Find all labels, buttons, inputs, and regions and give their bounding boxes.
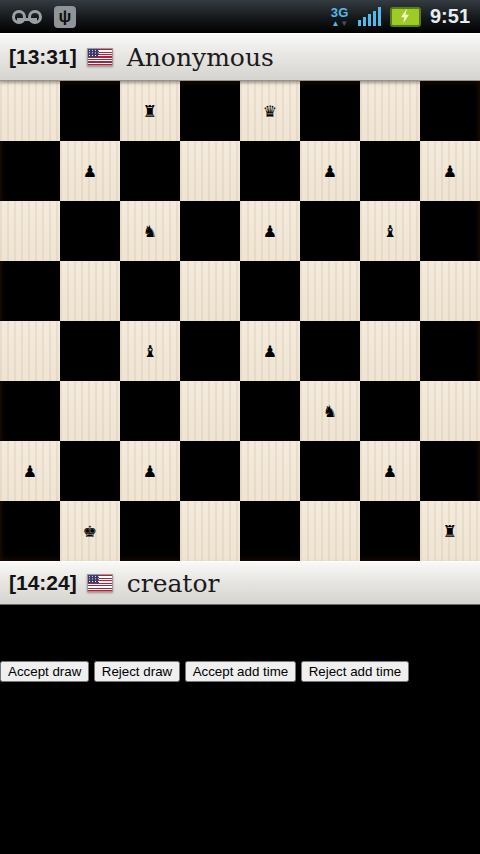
square-b2[interactable]: ♟	[360, 141, 420, 201]
square-h8[interactable]	[0, 501, 60, 561]
reject-draw-button[interactable]: Reject draw	[94, 661, 180, 682]
piece-wP-d3[interactable]: ♟	[263, 222, 277, 241]
captured-row-2: ♟	[0, 624, 480, 643]
square-h2[interactable]: ♟	[0, 141, 60, 201]
square-b3[interactable]: ♝	[360, 201, 420, 261]
opponent-clock: [13:31]	[9, 45, 77, 69]
square-f6[interactable]: ♞	[120, 381, 180, 441]
square-d7[interactable]	[240, 441, 300, 501]
square-h3[interactable]	[0, 201, 60, 261]
opponent-bar: [13:31] Anonymous	[0, 33, 480, 81]
square-b6[interactable]	[360, 381, 420, 441]
chess-board[interactable]: ♚♜♛♜♟♟♟♟♟♟♞♟♞♝♝♝♟♟♞♝♞♟♟♟♟♟♚♜♛♜	[0, 81, 480, 561]
square-e2[interactable]	[180, 141, 240, 201]
square-e7[interactable]	[180, 441, 240, 501]
square-h7[interactable]: ♟	[0, 441, 60, 501]
square-a7[interactable]: ♟	[420, 441, 480, 501]
piece-bQ-d8[interactable]: ♛	[263, 522, 277, 541]
app-screen: ψ 3G ▲▼ 9:51 [13:31] Anonymous ♚♜♛♜♟♟♟♟♟…	[0, 0, 480, 854]
square-g8[interactable]: ♚	[60, 501, 120, 561]
voicemail-icon	[12, 9, 42, 25]
square-e1[interactable]	[180, 81, 240, 141]
square-a5[interactable]	[420, 321, 480, 381]
square-b7[interactable]: ♟	[360, 441, 420, 501]
square-e8[interactable]	[180, 501, 240, 561]
piece-bP-b7[interactable]: ♟	[383, 462, 397, 481]
lightning-bolt-icon	[398, 9, 412, 24]
status-clock: 9:51	[430, 5, 470, 28]
captured-pieces-tray: ♟♟	[0, 605, 480, 643]
piece-bB-f5[interactable]: ♝	[143, 342, 157, 361]
square-f2[interactable]: ♟	[120, 141, 180, 201]
usb-icon: ψ	[54, 6, 76, 28]
square-b8[interactable]	[360, 501, 420, 561]
game-status-message: Game started	[0, 643, 480, 661]
opponent-name: Anonymous	[127, 43, 274, 72]
piece-wP-a2[interactable]: ♟	[443, 162, 457, 181]
upload-arrow-icon: ▲	[331, 20, 339, 28]
square-e4[interactable]	[180, 261, 240, 321]
square-d3[interactable]: ♟	[240, 201, 300, 261]
square-c3[interactable]: ♞	[300, 201, 360, 261]
square-c6[interactable]: ♞	[300, 381, 360, 441]
piece-wP-h2[interactable]: ♟	[23, 162, 37, 181]
piece-bK-g8[interactable]: ♚	[83, 522, 97, 541]
square-d8[interactable]: ♛	[240, 501, 300, 561]
captured-row-1: ♟	[0, 605, 480, 624]
piece-bN-c6[interactable]: ♞	[323, 402, 337, 421]
piece-wQ-d1[interactable]: ♛	[263, 102, 277, 121]
opponent-flag-us-icon	[87, 48, 113, 66]
square-d2[interactable]	[240, 141, 300, 201]
piece-bR-a8[interactable]: ♜	[443, 522, 457, 541]
battery-charging-icon	[390, 7, 421, 27]
square-e5[interactable]	[180, 321, 240, 381]
square-d6[interactable]: ♝	[240, 381, 300, 441]
square-a2[interactable]: ♟	[420, 141, 480, 201]
piece-bN-f6[interactable]: ♞	[143, 402, 157, 421]
player-clock: [14:24]	[9, 571, 77, 595]
piece-bP-h7[interactable]: ♟	[23, 462, 37, 481]
captured-piece-bP: ♟	[0, 625, 14, 642]
square-c8[interactable]	[300, 501, 360, 561]
piece-wP-c2[interactable]: ♟	[323, 162, 337, 181]
square-f1[interactable]: ♜	[120, 81, 180, 141]
square-b4[interactable]	[360, 261, 420, 321]
square-a6[interactable]	[420, 381, 480, 441]
download-arrow-icon: ▼	[340, 20, 348, 28]
piece-bP-c5[interactable]: ♟	[323, 342, 337, 361]
square-f3[interactable]: ♞	[120, 201, 180, 261]
square-g4[interactable]	[60, 261, 120, 321]
player-bar: [14:24] creator	[0, 561, 480, 605]
piece-bB-d6[interactable]: ♝	[263, 402, 277, 421]
piece-bP-a7[interactable]: ♟	[443, 462, 457, 481]
piece-wP-b2[interactable]: ♟	[383, 162, 397, 181]
square-g1[interactable]: ♚	[60, 81, 120, 141]
square-h4[interactable]	[0, 261, 60, 321]
square-f7[interactable]: ♟	[120, 441, 180, 501]
piece-wR-a1[interactable]: ♜	[443, 102, 457, 121]
player-name: creator	[127, 569, 220, 598]
piece-bP-g7[interactable]: ♟	[83, 462, 97, 481]
square-f4[interactable]	[120, 261, 180, 321]
piece-wB-g5[interactable]: ♝	[83, 342, 97, 361]
square-c4[interactable]	[300, 261, 360, 321]
square-h1[interactable]	[0, 81, 60, 141]
piece-wP-g2[interactable]: ♟	[83, 162, 97, 181]
square-a1[interactable]: ♜	[420, 81, 480, 141]
accept-draw-button[interactable]: Accept draw	[0, 661, 89, 682]
reject-add-time-button[interactable]: Reject add time	[301, 661, 410, 682]
square-g2[interactable]: ♟	[60, 141, 120, 201]
accept-add-time-button[interactable]: Accept add time	[185, 661, 297, 682]
game-console: Game started Accept draw Reject draw Acc…	[0, 643, 480, 682]
square-c5[interactable]: ♟	[300, 321, 360, 381]
signal-strength-icon	[358, 7, 381, 26]
square-e6[interactable]	[180, 381, 240, 441]
square-g6[interactable]	[60, 381, 120, 441]
piece-wK-g1[interactable]: ♚	[83, 102, 97, 121]
square-a4[interactable]	[420, 261, 480, 321]
square-d4[interactable]	[240, 261, 300, 321]
piece-bP-d5[interactable]: ♟	[263, 342, 277, 361]
piece-wR-f1[interactable]: ♜	[143, 102, 157, 121]
square-b5[interactable]	[360, 321, 420, 381]
action-button-row: Accept draw Reject draw Accept add time …	[0, 661, 480, 682]
network-3g-icon: 3G ▲▼	[331, 6, 349, 28]
square-g3[interactable]	[60, 201, 120, 261]
network-label: 3G	[331, 6, 349, 19]
square-b1[interactable]	[360, 81, 420, 141]
piece-wB-b3[interactable]: ♝	[383, 222, 397, 241]
square-c2[interactable]: ♟	[300, 141, 360, 201]
square-g7[interactable]: ♟	[60, 441, 120, 501]
square-d1[interactable]: ♛	[240, 81, 300, 141]
piece-wN-f3[interactable]: ♞	[143, 222, 157, 241]
piece-bP-f7[interactable]: ♟	[143, 462, 157, 481]
square-e3[interactable]	[180, 201, 240, 261]
piece-wP-f2[interactable]: ♟	[143, 162, 157, 181]
captured-piece-wP: ♟	[0, 606, 14, 623]
status-bar: ψ 3G ▲▼ 9:51	[0, 0, 480, 33]
piece-wN-c3[interactable]: ♞	[323, 222, 337, 241]
piece-bR-f8[interactable]: ♜	[143, 522, 157, 541]
square-h6[interactable]	[0, 381, 60, 441]
square-c7[interactable]	[300, 441, 360, 501]
square-h5[interactable]	[0, 321, 60, 381]
square-c1[interactable]	[300, 81, 360, 141]
square-f5[interactable]: ♝	[120, 321, 180, 381]
square-a3[interactable]	[420, 201, 480, 261]
square-a8[interactable]: ♜	[420, 501, 480, 561]
square-d5[interactable]: ♟	[240, 321, 300, 381]
square-g5[interactable]: ♝	[60, 321, 120, 381]
square-f8[interactable]: ♜	[120, 501, 180, 561]
player-flag-us-icon	[87, 574, 113, 592]
